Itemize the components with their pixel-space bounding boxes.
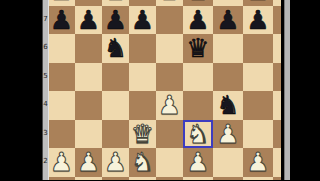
square-e2[interactable] xyxy=(156,148,183,177)
white-rook[interactable]: ♜ xyxy=(50,177,73,181)
video-frame: 765432 ♜♝♚♝♜♟♟♟♟♟♟♟♞♛♟♞♛♞♟♟♟♟♞♟♟♜♝♚♝♜ xyxy=(0,0,320,180)
square-e3[interactable] xyxy=(156,120,183,149)
right-strip xyxy=(284,0,290,180)
square-a2[interactable]: ♟ xyxy=(48,148,75,177)
black-pawn[interactable]: ♟ xyxy=(246,6,269,35)
white-pawn[interactable]: ♟ xyxy=(158,91,181,120)
black-pawn[interactable]: ♟ xyxy=(77,6,100,35)
black-knight[interactable]: ♞ xyxy=(104,34,127,63)
square-f3[interactable]: ♞ xyxy=(183,120,213,149)
square-edge-2 xyxy=(273,148,281,177)
square-edge-3 xyxy=(273,120,281,149)
square-b5[interactable] xyxy=(75,63,102,92)
white-pawn[interactable]: ♟ xyxy=(216,120,239,149)
white-pawn[interactable]: ♟ xyxy=(186,148,209,177)
rank-ruler: 765432 xyxy=(42,0,49,180)
square-b7[interactable]: ♟ xyxy=(75,6,102,35)
square-d2[interactable]: ♞ xyxy=(129,148,156,177)
square-b6[interactable] xyxy=(75,34,102,63)
square-a6[interactable] xyxy=(48,34,75,63)
square-d3[interactable]: ♛ xyxy=(129,120,156,149)
square-a5[interactable] xyxy=(48,63,75,92)
square-edge-4 xyxy=(273,91,281,120)
square-c6[interactable]: ♞ xyxy=(102,34,129,63)
square-d5[interactable] xyxy=(129,63,156,92)
square-b1[interactable] xyxy=(75,177,102,181)
white-rook[interactable]: ♜ xyxy=(246,177,269,181)
square-b3[interactable] xyxy=(75,120,102,149)
square-d4[interactable] xyxy=(129,91,156,120)
white-pawn[interactable]: ♟ xyxy=(77,148,100,177)
square-e7[interactable] xyxy=(156,6,183,35)
white-knight[interactable]: ♞ xyxy=(186,120,209,149)
square-c5[interactable] xyxy=(102,63,129,92)
square-f1[interactable]: ♝ xyxy=(183,177,213,181)
square-d6[interactable] xyxy=(129,34,156,63)
square-g3[interactable]: ♟ xyxy=(213,120,243,149)
black-pawn[interactable]: ♟ xyxy=(186,6,209,35)
square-g5[interactable] xyxy=(213,63,243,92)
black-pawn[interactable]: ♟ xyxy=(216,6,239,35)
black-queen[interactable]: ♛ xyxy=(186,34,209,63)
square-h7[interactable]: ♟ xyxy=(243,6,273,35)
square-g1[interactable] xyxy=(213,177,243,181)
square-edge-1 xyxy=(273,177,281,181)
square-h2[interactable]: ♟ xyxy=(243,148,273,177)
square-h5[interactable] xyxy=(243,63,273,92)
square-a3[interactable] xyxy=(48,120,75,149)
rank-label-5: 5 xyxy=(43,72,48,80)
square-c4[interactable] xyxy=(102,91,129,120)
square-e1[interactable]: ♚ xyxy=(156,177,183,181)
black-knight[interactable]: ♞ xyxy=(216,91,239,120)
white-pawn[interactable]: ♟ xyxy=(246,148,269,177)
square-a7[interactable]: ♟ xyxy=(48,6,75,35)
square-g6[interactable] xyxy=(213,34,243,63)
white-bishop[interactable]: ♝ xyxy=(186,177,209,181)
square-a4[interactable] xyxy=(48,91,75,120)
white-pawn[interactable]: ♟ xyxy=(104,148,127,177)
square-e5[interactable] xyxy=(156,63,183,92)
square-h1[interactable]: ♜ xyxy=(243,177,273,181)
square-e6[interactable] xyxy=(156,34,183,63)
square-f6[interactable]: ♛ xyxy=(183,34,213,63)
square-f7[interactable]: ♟ xyxy=(183,6,213,35)
chess-board[interactable]: ♜♝♚♝♜♟♟♟♟♟♟♟♞♛♟♞♛♞♟♟♟♟♞♟♟♜♝♚♝♜ xyxy=(48,0,281,180)
white-queen[interactable]: ♛ xyxy=(131,120,154,149)
square-f4[interactable] xyxy=(183,91,213,120)
white-pawn[interactable]: ♟ xyxy=(50,148,73,177)
rank-label-3: 3 xyxy=(43,129,48,137)
square-g2[interactable] xyxy=(213,148,243,177)
square-h4[interactable] xyxy=(243,91,273,120)
white-king[interactable]: ♚ xyxy=(158,177,181,181)
square-c3[interactable] xyxy=(102,120,129,149)
square-a1[interactable]: ♜ xyxy=(48,177,75,181)
square-edge-6 xyxy=(273,34,281,63)
square-g7[interactable]: ♟ xyxy=(213,6,243,35)
black-pawn[interactable]: ♟ xyxy=(104,6,127,35)
square-h3[interactable] xyxy=(243,120,273,149)
square-e4[interactable]: ♟ xyxy=(156,91,183,120)
square-f5[interactable] xyxy=(183,63,213,92)
black-pawn[interactable]: ♟ xyxy=(50,6,73,35)
square-h6[interactable] xyxy=(243,34,273,63)
rank-label-2: 2 xyxy=(43,157,48,165)
square-d1[interactable] xyxy=(129,177,156,181)
square-c1[interactable]: ♝ xyxy=(102,177,129,181)
rank-label-6: 6 xyxy=(43,43,48,51)
white-bishop[interactable]: ♝ xyxy=(104,177,127,181)
square-c2[interactable]: ♟ xyxy=(102,148,129,177)
square-f2[interactable]: ♟ xyxy=(183,148,213,177)
square-edge-7 xyxy=(273,6,281,35)
square-edge-5 xyxy=(273,63,281,92)
square-b2[interactable]: ♟ xyxy=(75,148,102,177)
square-g4[interactable]: ♞ xyxy=(213,91,243,120)
rank-label-7: 7 xyxy=(43,15,48,23)
square-d7[interactable]: ♟ xyxy=(129,6,156,35)
square-c7[interactable]: ♟ xyxy=(102,6,129,35)
rank-label-4: 4 xyxy=(43,100,48,108)
square-b4[interactable] xyxy=(75,91,102,120)
black-pawn[interactable]: ♟ xyxy=(131,6,154,35)
white-knight[interactable]: ♞ xyxy=(131,148,154,177)
